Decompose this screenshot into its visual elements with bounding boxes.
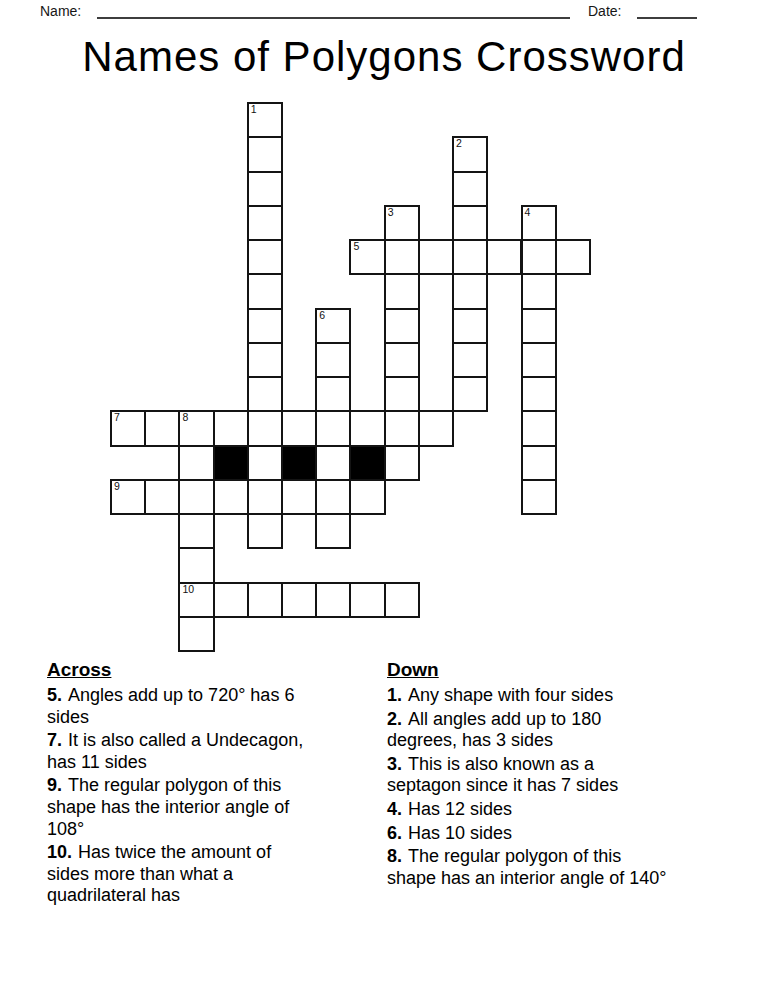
clue-number: 4 — [525, 206, 531, 219]
down-list: 1.Any shape with four sides2.All angles … — [387, 685, 737, 889]
grid-cell[interactable] — [178, 479, 214, 515]
grid-cell[interactable] — [384, 239, 420, 275]
grid-cell[interactable] — [247, 582, 283, 618]
grid-cell[interactable] — [384, 410, 420, 446]
clue-item-number: 3. — [387, 754, 402, 774]
across-section: Across 5.Angles add up to 720° has 6 sid… — [47, 659, 363, 909]
grid-cell[interactable] — [384, 308, 420, 344]
clue-item-down-8: 8.The regular polygon of this shape has … — [387, 846, 737, 889]
black-cell — [281, 445, 317, 481]
clue-number: 7 — [114, 411, 120, 424]
clue-number: 10 — [182, 583, 194, 596]
clue-item-text: The regular polygon of this shape has an… — [387, 846, 666, 888]
grid-cell[interactable] — [384, 376, 420, 412]
grid-cell[interactable] — [144, 479, 180, 515]
clue-item-number: 5. — [47, 685, 62, 705]
grid-cell[interactable]: 6 — [315, 308, 351, 344]
grid-cell[interactable] — [247, 273, 283, 309]
grid-cell[interactable] — [521, 445, 557, 481]
clue-item-across-7: 7.It is also called a Undecagon, has 11 … — [47, 730, 363, 773]
clue-number: 9 — [114, 480, 120, 493]
grid-cell[interactable] — [521, 376, 557, 412]
clue-item-number: 7. — [47, 730, 62, 750]
grid-cell[interactable] — [178, 547, 214, 583]
grid-cell[interactable] — [349, 582, 385, 618]
grid-cell[interactable] — [349, 479, 385, 515]
grid-cell[interactable] — [315, 479, 351, 515]
clue-item-number: 2. — [387, 709, 402, 729]
across-header: Across — [47, 659, 363, 681]
grid-cell[interactable] — [315, 582, 351, 618]
clue-item-number: 4. — [387, 799, 402, 819]
grid-cell[interactable] — [247, 445, 283, 481]
grid-cell[interactable] — [281, 582, 317, 618]
date-fill-line[interactable] — [637, 17, 697, 19]
grid-cell[interactable] — [521, 308, 557, 344]
grid-cell[interactable] — [452, 342, 488, 378]
clue-item-down-1: 1.Any shape with four sides — [387, 685, 737, 707]
clue-number: 5 — [353, 240, 359, 253]
grid-cell[interactable]: 7 — [110, 410, 146, 446]
grid-cell[interactable] — [213, 479, 249, 515]
grid-cell[interactable]: 8 — [178, 410, 214, 446]
grid-cell[interactable] — [384, 582, 420, 618]
grid-cell[interactable] — [178, 513, 214, 549]
clue-item-text: Angles add up to 720° has 6 sides — [47, 685, 294, 727]
grid-cell[interactable] — [281, 479, 317, 515]
clue-number: 2 — [456, 137, 462, 150]
grid-cell[interactable] — [247, 513, 283, 549]
grid-cell[interactable] — [315, 410, 351, 446]
clue-item-down-2: 2.All angles add up to 180 degrees, has … — [387, 709, 737, 752]
grid-cell[interactable] — [315, 513, 351, 549]
clue-number: 1 — [251, 103, 257, 116]
down-header: Down — [387, 659, 737, 681]
grid-cell[interactable] — [384, 273, 420, 309]
grid-cell[interactable] — [486, 239, 522, 275]
grid-cell[interactable] — [178, 445, 214, 481]
clue-item-text: The regular polygon of this shape has th… — [47, 775, 289, 838]
across-list: 5.Angles add up to 720° has 6 sides7.It … — [47, 685, 363, 907]
grid-cell[interactable]: 3 — [384, 205, 420, 241]
clue-item-number: 6. — [387, 823, 402, 843]
grid-cell[interactable] — [178, 616, 214, 652]
grid-cell[interactable] — [521, 239, 557, 275]
black-cell — [349, 445, 385, 481]
crossword-grid: 12345678910 — [111, 103, 591, 652]
clue-item-across-10: 10.Has twice the amount of sides more th… — [47, 842, 363, 907]
clue-number: 6 — [319, 309, 325, 322]
grid-cell[interactable] — [281, 410, 317, 446]
clue-item-text: Has 12 sides — [408, 799, 512, 819]
grid-cell[interactable]: 4 — [521, 205, 557, 241]
grid-cell[interactable] — [247, 342, 283, 378]
name-fill-line[interactable] — [97, 17, 570, 19]
page-title: Names of Polygons Crossword — [0, 33, 768, 81]
grid-cell[interactable] — [521, 410, 557, 446]
clue-item-text: This is also known as a septagon since i… — [387, 754, 618, 796]
grid-cell[interactable] — [418, 410, 454, 446]
grid-cell[interactable] — [521, 479, 557, 515]
grid-cell[interactable] — [247, 136, 283, 172]
grid-cell[interactable] — [213, 410, 249, 446]
grid-cell[interactable] — [452, 205, 488, 241]
clue-item-number: 1. — [387, 685, 402, 705]
clue-item-down-3: 3.This is also known as a septagon since… — [387, 754, 737, 797]
clue-item-text: It is also called a Undecagon, has 11 si… — [47, 730, 303, 772]
grid-cell[interactable] — [247, 171, 283, 207]
grid-cell[interactable] — [349, 410, 385, 446]
grid-cell[interactable] — [452, 171, 488, 207]
grid-cell[interactable] — [384, 445, 420, 481]
grid-cell[interactable] — [315, 445, 351, 481]
grid-cell[interactable]: 10 — [178, 582, 214, 618]
grid-cell[interactable] — [247, 376, 283, 412]
grid-cell[interactable] — [247, 479, 283, 515]
grid-cell[interactable] — [521, 342, 557, 378]
grid-cell[interactable] — [521, 273, 557, 309]
clue-item-number: 8. — [387, 846, 402, 866]
clue-item-text: Has 10 sides — [408, 823, 512, 843]
grid-cell[interactable] — [452, 308, 488, 344]
grid-cell[interactable] — [247, 410, 283, 446]
grid-cell[interactable] — [247, 205, 283, 241]
grid-cell[interactable] — [452, 239, 488, 275]
clue-item-number: 9. — [47, 775, 62, 795]
grid-cell[interactable]: 1 — [247, 102, 283, 138]
grid-cell[interactable] — [315, 342, 351, 378]
grid-cell[interactable] — [247, 239, 283, 275]
grid-cell[interactable] — [418, 239, 454, 275]
grid-cell[interactable]: 5 — [349, 239, 385, 275]
name-label: Name: — [40, 3, 81, 19]
date-label: Date: — [588, 3, 621, 19]
clue-number: 3 — [388, 206, 394, 219]
black-cell — [213, 445, 249, 481]
clue-item-text: Any shape with four sides — [408, 685, 613, 705]
grid-cell[interactable] — [144, 410, 180, 446]
grid-cell[interactable] — [555, 239, 591, 275]
clue-item-text: Has twice the amount of sides more than … — [47, 842, 271, 905]
clue-number: 8 — [182, 411, 188, 424]
grid-cell[interactable]: 9 — [110, 479, 146, 515]
clue-item-down-4: 4.Has 12 sides — [387, 799, 737, 821]
grid-cell[interactable] — [315, 376, 351, 412]
clue-item-text: All angles add up to 180 degrees, has 3 … — [387, 709, 601, 751]
clue-item-number: 10. — [47, 842, 72, 862]
clue-item-across-9: 9.The regular polygon of this shape has … — [47, 775, 363, 840]
grid-cell[interactable] — [384, 342, 420, 378]
clue-item-across-5: 5.Angles add up to 720° has 6 sides — [47, 685, 363, 728]
grid-cell[interactable] — [452, 273, 488, 309]
clue-item-down-6: 6.Has 10 sides — [387, 823, 737, 845]
grid-cell[interactable] — [452, 376, 488, 412]
grid-cell[interactable] — [213, 582, 249, 618]
down-section: Down 1.Any shape with four sides2.All an… — [387, 659, 737, 891]
grid-cell[interactable] — [247, 308, 283, 344]
grid-cell[interactable]: 2 — [452, 136, 488, 172]
